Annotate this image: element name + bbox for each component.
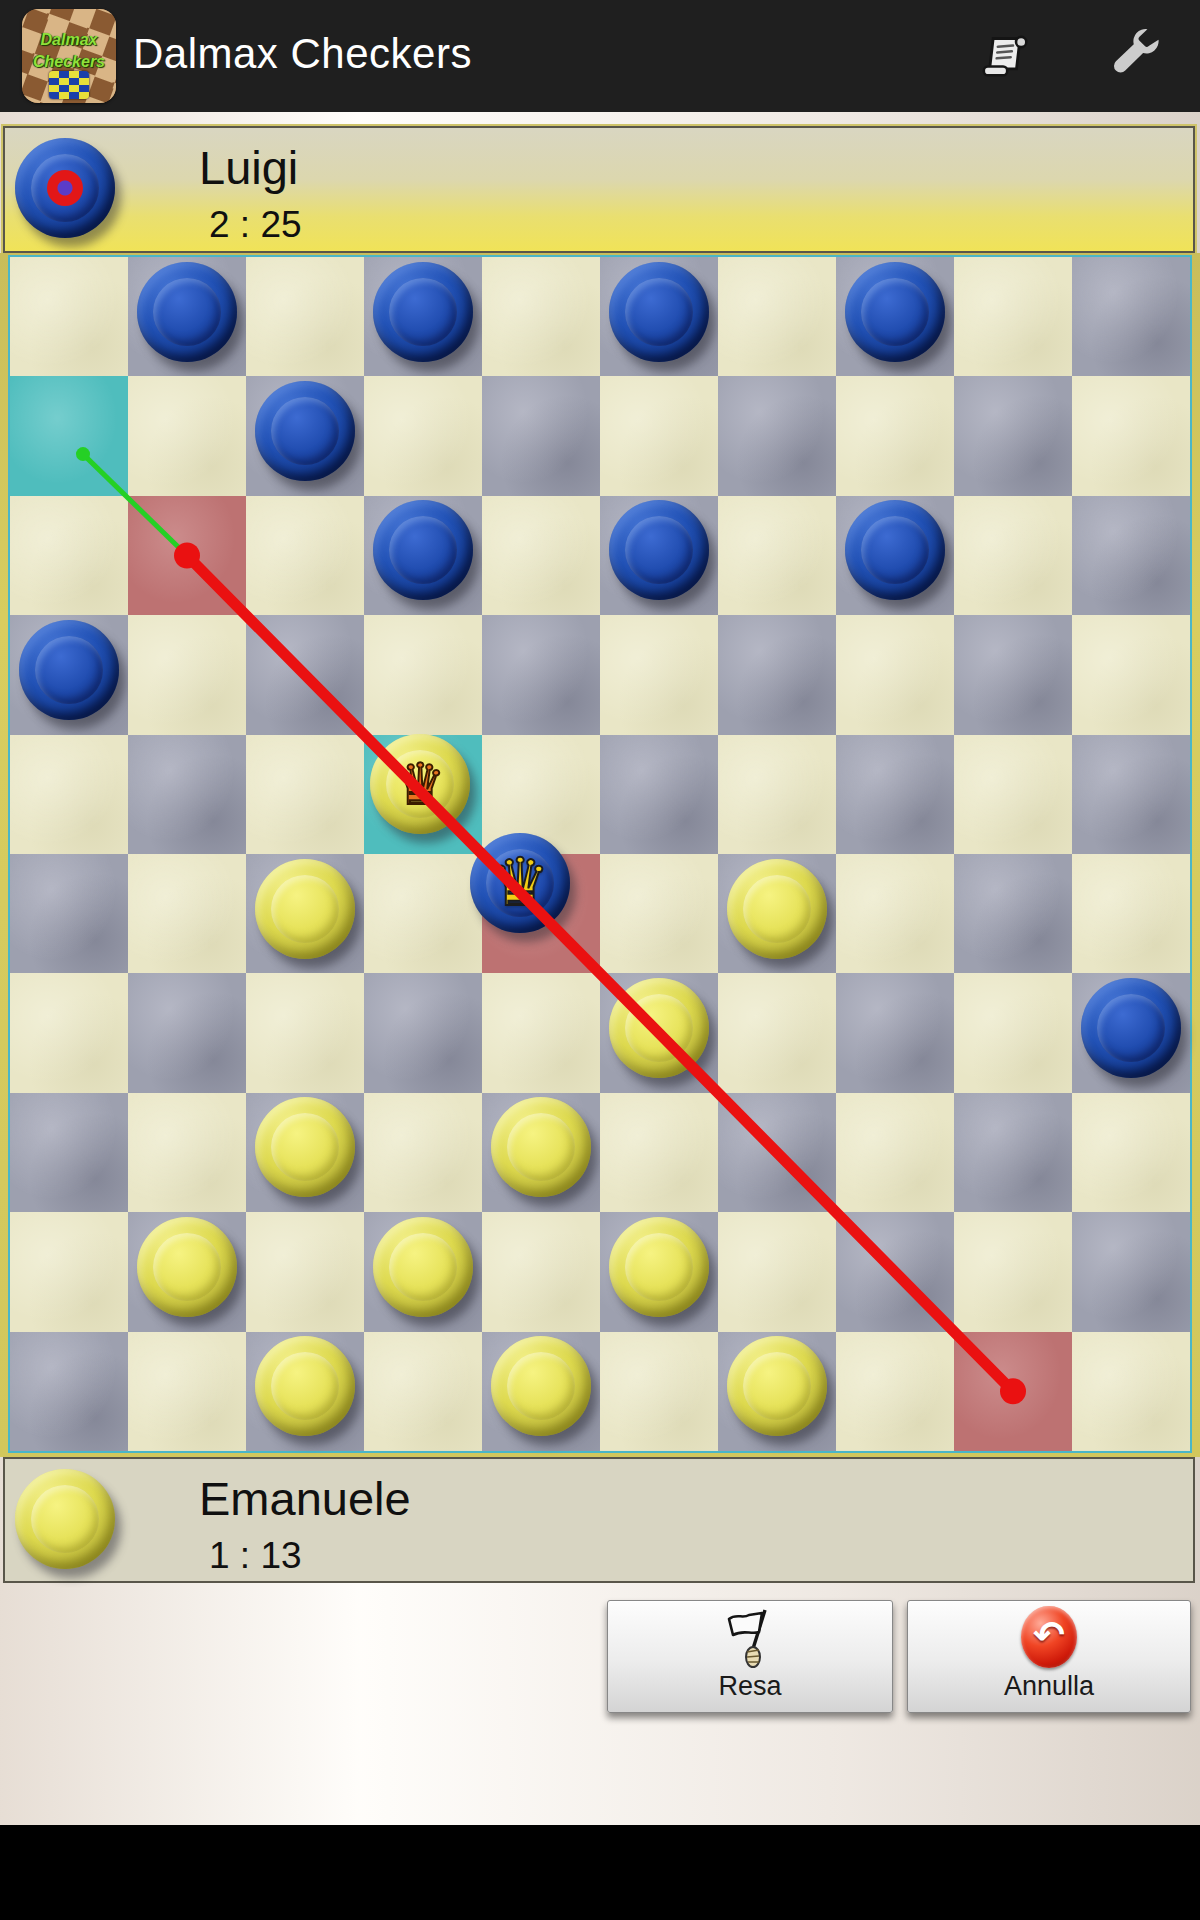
square-r8c1[interactable] <box>128 1212 246 1331</box>
square-r7c9[interactable] <box>1072 1093 1190 1212</box>
square-r3c4[interactable] <box>482 615 600 734</box>
square-r5c1[interactable] <box>128 854 246 973</box>
square-r9c2[interactable] <box>246 1332 364 1451</box>
square-r6c7[interactable] <box>836 973 954 1092</box>
app-icon-text-top: Dalmax <box>22 31 116 49</box>
player-bottom-time: 1 : 13 <box>209 1535 302 1577</box>
square-r5c2[interactable] <box>246 854 364 973</box>
square-r0c7[interactable] <box>836 257 954 376</box>
square-r2c7[interactable] <box>836 496 954 615</box>
player-top-time: 2 : 25 <box>209 204 302 246</box>
square-r2c9[interactable] <box>1072 496 1190 615</box>
blue-man[interactable] <box>373 262 473 362</box>
app-icon: Dalmax Checkers <box>22 9 116 103</box>
player-top-name: Luigi <box>199 140 298 195</box>
square-r0c9[interactable] <box>1072 257 1190 376</box>
square-r1c2[interactable] <box>246 376 364 495</box>
square-r3c5[interactable] <box>600 615 718 734</box>
yellow-man[interactable] <box>255 1097 355 1197</box>
square-r7c4[interactable] <box>482 1093 600 1212</box>
square-r5c0[interactable] <box>10 854 128 973</box>
square-r6c5[interactable] <box>600 973 718 1092</box>
app-title: Dalmax Checkers <box>133 30 472 78</box>
square-r0c2[interactable] <box>246 257 364 376</box>
square-r6c9[interactable] <box>1072 973 1190 1092</box>
player-panel-top: Luigi 2 : 25 <box>3 126 1195 253</box>
square-r9c6[interactable] <box>718 1332 836 1451</box>
blue-player-piece-icon <box>15 138 115 238</box>
square-r2c8[interactable] <box>954 496 1072 615</box>
square-r5c7[interactable] <box>836 854 954 973</box>
undo-arrow-glyph: ↶ <box>1033 1613 1065 1657</box>
square-r9c1[interactable] <box>128 1332 246 1451</box>
square-r8c5[interactable] <box>600 1212 718 1331</box>
square-r7c3[interactable] <box>364 1093 482 1212</box>
square-r2c3[interactable] <box>364 496 482 615</box>
square-r8c7[interactable] <box>836 1212 954 1331</box>
blue-man[interactable] <box>609 500 709 600</box>
square-r7c7[interactable] <box>836 1093 954 1212</box>
square-r8c8[interactable] <box>954 1212 1072 1331</box>
square-r8c2[interactable] <box>246 1212 364 1331</box>
square-r1c6[interactable] <box>718 376 836 495</box>
blue-man[interactable] <box>845 262 945 362</box>
square-r7c6[interactable] <box>718 1093 836 1212</box>
square-r8c9[interactable] <box>1072 1212 1190 1331</box>
yellow-man[interactable] <box>609 978 709 1078</box>
king-crown-glyph: ♛ <box>394 756 445 813</box>
yellow-man[interactable] <box>609 1217 709 1317</box>
blue-man[interactable] <box>19 620 119 720</box>
resign-button[interactable]: Resa <box>607 1600 893 1713</box>
undo-button[interactable]: ↶ Annulla <box>907 1600 1191 1713</box>
square-r7c5[interactable] <box>600 1093 718 1212</box>
app-bar: Dalmax Checkers Dalmax Checkers <box>0 0 1200 112</box>
undo-arrow-icon: ↶ <box>1021 1606 1077 1668</box>
yellow-man[interactable] <box>491 1097 591 1197</box>
yellow-man[interactable] <box>727 1336 827 1436</box>
square-r2c5[interactable] <box>600 496 718 615</box>
square-r0c4[interactable] <box>482 257 600 376</box>
square-r3c6[interactable] <box>718 615 836 734</box>
square-r2c4[interactable] <box>482 496 600 615</box>
square-r4c8[interactable] <box>954 735 1072 854</box>
square-r4c7[interactable] <box>836 735 954 854</box>
blue-king[interactable]: ♛ <box>470 833 570 933</box>
square-r6c0[interactable] <box>10 973 128 1092</box>
blue-man[interactable] <box>1081 978 1181 1078</box>
square-r9c5[interactable] <box>600 1332 718 1451</box>
yellow-man[interactable] <box>255 859 355 959</box>
square-r5c4[interactable]: ♛ <box>482 854 600 973</box>
square-r9c0[interactable] <box>10 1332 128 1451</box>
square-r5c5[interactable] <box>600 854 718 973</box>
blue-man[interactable] <box>137 262 237 362</box>
square-r0c0[interactable] <box>10 257 128 376</box>
square-r3c7[interactable] <box>836 615 954 734</box>
yellow-king[interactable]: ♛ <box>370 734 470 834</box>
square-r1c7[interactable] <box>836 376 954 495</box>
blue-man[interactable] <box>845 500 945 600</box>
square-r2c2[interactable] <box>246 496 364 615</box>
square-r0c5[interactable] <box>600 257 718 376</box>
square-r9c3[interactable] <box>364 1332 482 1451</box>
square-r0c3[interactable] <box>364 257 482 376</box>
square-r1c9[interactable] <box>1072 376 1190 495</box>
yellow-man[interactable] <box>491 1336 591 1436</box>
square-r7c1[interactable] <box>128 1093 246 1212</box>
white-flag-icon <box>715 1606 785 1672</box>
square-r6c3[interactable] <box>364 973 482 1092</box>
square-r1c3[interactable] <box>364 376 482 495</box>
square-r1c1[interactable] <box>128 376 246 495</box>
square-r2c0[interactable] <box>10 496 128 615</box>
square-r4c6[interactable] <box>718 735 836 854</box>
square-r7c0[interactable] <box>10 1093 128 1212</box>
square-r1c0[interactable] <box>10 376 128 495</box>
square-r7c8[interactable] <box>954 1093 1072 1212</box>
square-r4c3[interactable]: ♛ <box>364 735 482 854</box>
square-r9c4[interactable] <box>482 1332 600 1451</box>
square-r1c8[interactable] <box>954 376 1072 495</box>
yellow-man[interactable] <box>373 1217 473 1317</box>
square-r0c6[interactable] <box>718 257 836 376</box>
square-r3c1[interactable] <box>128 615 246 734</box>
square-r3c2[interactable] <box>246 615 364 734</box>
square-r5c6[interactable] <box>718 854 836 973</box>
yellow-player-piece-icon <box>15 1469 115 1569</box>
square-r9c8[interactable] <box>954 1332 1072 1451</box>
square-r2c6[interactable] <box>718 496 836 615</box>
square-r5c3[interactable] <box>364 854 482 973</box>
blue-man[interactable] <box>255 381 355 481</box>
square-r4c1[interactable] <box>128 735 246 854</box>
app-icon-text-bottom: Checkers <box>22 53 116 71</box>
square-r0c8[interactable] <box>954 257 1072 376</box>
square-r6c6[interactable] <box>718 973 836 1092</box>
square-r8c0[interactable] <box>10 1212 128 1331</box>
blue-man[interactable] <box>373 500 473 600</box>
square-r1c5[interactable] <box>600 376 718 495</box>
active-turn-dot <box>47 170 83 206</box>
square-r6c4[interactable] <box>482 973 600 1092</box>
checkers-board[interactable]: ♛♛ <box>10 257 1190 1451</box>
board-frame: ♛♛ <box>0 253 1200 1457</box>
square-r7c2[interactable] <box>246 1093 364 1212</box>
square-r4c9[interactable] <box>1072 735 1190 854</box>
player-panel-bottom: Emanuele 1 : 13 <box>3 1457 1195 1583</box>
square-r3c8[interactable] <box>954 615 1072 734</box>
square-r5c9[interactable] <box>1072 854 1190 973</box>
yellow-man[interactable] <box>137 1217 237 1317</box>
settings-wrench-icon[interactable] <box>1106 28 1162 84</box>
square-r1c4[interactable] <box>482 376 600 495</box>
square-r2c1[interactable] <box>128 496 246 615</box>
square-r4c2[interactable] <box>246 735 364 854</box>
square-r8c6[interactable] <box>718 1212 836 1331</box>
moves-list-scroll-icon[interactable] <box>978 28 1034 84</box>
square-r6c2[interactable] <box>246 973 364 1092</box>
player-bottom-name: Emanuele <box>199 1471 411 1526</box>
undo-button-label: Annulla <box>1004 1671 1094 1702</box>
square-r3c0[interactable] <box>10 615 128 734</box>
resign-button-label: Resa <box>718 1671 781 1702</box>
square-r4c0[interactable] <box>10 735 128 854</box>
app-icon-logo-badge <box>49 71 89 99</box>
king-crown-glyph: ♛ <box>490 850 549 916</box>
square-r0c1[interactable] <box>128 257 246 376</box>
square-r3c9[interactable] <box>1072 615 1190 734</box>
square-r8c4[interactable] <box>482 1212 600 1331</box>
square-r5c8[interactable] <box>954 854 1072 973</box>
android-navbar <box>0 1825 1200 1920</box>
square-r3c3[interactable] <box>364 615 482 734</box>
yellow-man[interactable] <box>255 1336 355 1436</box>
square-r6c1[interactable] <box>128 973 246 1092</box>
square-r4c5[interactable] <box>600 735 718 854</box>
square-r8c3[interactable] <box>364 1212 482 1331</box>
yellow-man[interactable] <box>727 859 827 959</box>
square-r9c7[interactable] <box>836 1332 954 1451</box>
square-r6c8[interactable] <box>954 973 1072 1092</box>
square-r9c9[interactable] <box>1072 1332 1190 1451</box>
blue-man[interactable] <box>609 262 709 362</box>
